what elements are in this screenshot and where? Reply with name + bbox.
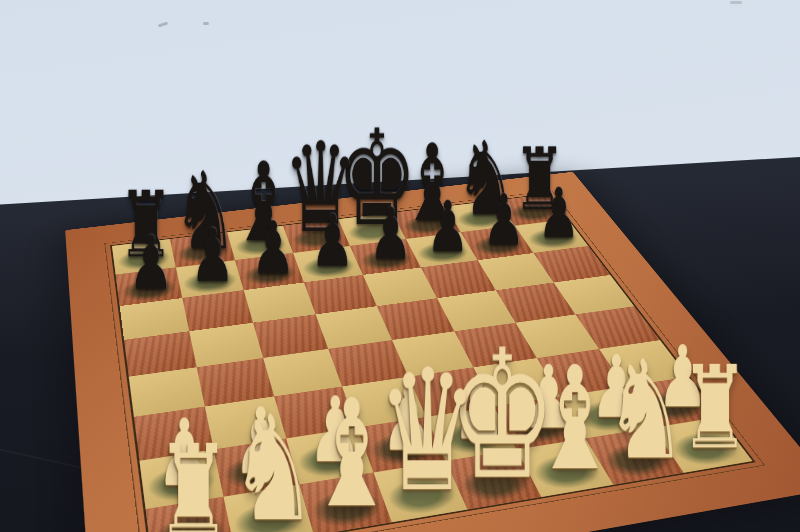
black-rook-piece: ♜ (513, 141, 565, 220)
square-b2: ♟ (214, 438, 300, 496)
square-d1: ♛ (374, 461, 468, 522)
wall-smudge (158, 22, 168, 28)
wall-smudge (203, 22, 209, 25)
wall-smudge (730, 1, 742, 4)
square-a3 (134, 407, 214, 461)
photo-scene: ♜♞♝♛♚♝♞♜♟♟♟♟♟♟♟♟♟♟♟♟♟♟♟♟♜♞♝♛♚♝♞♜ (0, 0, 800, 532)
